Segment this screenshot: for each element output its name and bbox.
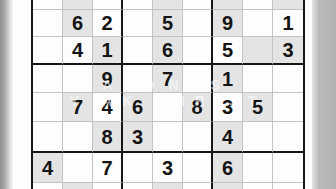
cell-r7c3[interactable]: 7 — [93, 153, 123, 183]
cell-r5c5[interactable] — [153, 93, 183, 122]
sudoku-screen: 62591416539717468358344736 A ON S Y AK T… — [0, 0, 336, 189]
cell-r1c5[interactable] — [153, 0, 183, 10]
cell-r8c6[interactable] — [183, 183, 213, 189]
cell-r2c7[interactable]: 9 — [213, 10, 243, 37]
cell-r1c6[interactable] — [183, 0, 213, 10]
cell-r3c5[interactable]: 6 — [153, 37, 183, 65]
cell-r4c7[interactable]: 1 — [213, 65, 243, 93]
cell-r5c7[interactable]: 3 — [213, 93, 243, 122]
cell-r6c2[interactable] — [63, 122, 93, 153]
cell-r3c2[interactable]: 4 — [63, 37, 93, 65]
cell-r2c1[interactable] — [33, 10, 63, 37]
cell-r2c5[interactable]: 5 — [153, 10, 183, 37]
cell-r8c4[interactable] — [123, 183, 153, 189]
cell-r2c2[interactable]: 6 — [63, 10, 93, 37]
cell-r3c7[interactable]: 5 — [213, 37, 243, 65]
cell-r8c5[interactable] — [153, 183, 183, 189]
cell-r6c8[interactable] — [243, 122, 273, 153]
cell-r1c1[interactable] — [33, 0, 63, 10]
cell-r6c3[interactable]: 8 — [93, 122, 123, 153]
cell-r6c9[interactable] — [273, 122, 303, 153]
cell-r1c8[interactable] — [243, 0, 273, 10]
cell-r6c7[interactable]: 4 — [213, 122, 243, 153]
cell-r8c2[interactable] — [63, 183, 93, 189]
cell-r4c2[interactable] — [63, 65, 93, 93]
cell-r3c1[interactable] — [33, 37, 63, 65]
sudoku-board: 62591416539717468358344736 — [31, 0, 305, 189]
cell-r3c6[interactable] — [183, 37, 213, 65]
cell-r2c9[interactable]: 1 — [273, 10, 303, 37]
cell-r3c3[interactable]: 1 — [93, 37, 123, 65]
cell-r1c7[interactable] — [213, 0, 243, 10]
right-background-band — [312, 0, 336, 189]
cell-r4c6[interactable] — [183, 65, 213, 93]
cell-r4c3[interactable]: 9 — [93, 65, 123, 93]
cell-r7c4[interactable] — [123, 153, 153, 183]
cell-r1c9[interactable] — [273, 0, 303, 10]
cell-r2c4[interactable] — [123, 10, 153, 37]
cell-r5c4[interactable]: 6 — [123, 93, 153, 122]
cell-r3c8[interactable] — [243, 37, 273, 65]
cell-r4c8[interactable] — [243, 65, 273, 93]
cell-r2c8[interactable] — [243, 10, 273, 37]
cell-r5c1[interactable] — [33, 93, 63, 122]
cell-r7c8[interactable] — [243, 153, 273, 183]
cell-r5c2[interactable]: 7 — [63, 93, 93, 122]
cell-r8c3[interactable] — [93, 183, 123, 189]
cell-r7c9[interactable] — [273, 153, 303, 183]
cell-r2c3[interactable]: 2 — [93, 10, 123, 37]
left-background-band — [0, 0, 13, 189]
cell-r7c6[interactable] — [183, 153, 213, 183]
cell-r1c3[interactable] — [93, 0, 123, 10]
cell-r5c8[interactable]: 5 — [243, 93, 273, 122]
cell-r7c5[interactable]: 3 — [153, 153, 183, 183]
cell-r5c6[interactable]: 8 — [183, 93, 213, 122]
cell-r1c2[interactable] — [63, 0, 93, 10]
cell-r5c9[interactable] — [273, 93, 303, 122]
cell-r5c3[interactable]: 4 — [93, 93, 123, 122]
cell-r3c9[interactable]: 3 — [273, 37, 303, 65]
cell-r6c6[interactable] — [183, 122, 213, 153]
cell-r6c4[interactable]: 3 — [123, 122, 153, 153]
cell-r8c9[interactable] — [273, 183, 303, 189]
cell-r6c1[interactable] — [33, 122, 63, 153]
cell-r1c4[interactable] — [123, 0, 153, 10]
cell-r8c7[interactable] — [213, 183, 243, 189]
cell-r4c1[interactable] — [33, 65, 63, 93]
cell-r7c2[interactable] — [63, 153, 93, 183]
cell-r4c5[interactable]: 7 — [153, 65, 183, 93]
cell-r7c7[interactable]: 6 — [213, 153, 243, 183]
cell-r8c1[interactable] — [33, 183, 63, 189]
cell-r7c1[interactable]: 4 — [33, 153, 63, 183]
cell-r3c4[interactable] — [123, 37, 153, 65]
cell-r2c6[interactable] — [183, 10, 213, 37]
cell-r4c9[interactable] — [273, 65, 303, 93]
cell-r8c8[interactable] — [243, 183, 273, 189]
cell-r4c4[interactable] — [123, 65, 153, 93]
cell-r6c5[interactable] — [153, 122, 183, 153]
